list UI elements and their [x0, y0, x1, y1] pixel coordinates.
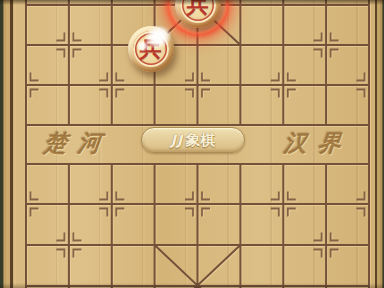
shine-glare-small-icon — [136, 40, 149, 52]
game-screen: 楚河 汉界 JJ 象棋 兵 兵 — [0, 0, 384, 288]
river-label-han: 汉界 — [282, 128, 353, 158]
piece-red-soldier-shine[interactable]: 兵 — [128, 26, 174, 72]
screen-top-shadow — [0, 0, 384, 5]
jj-logo-text: 象棋 — [185, 131, 215, 150]
river-label-chu: 楚河 — [42, 128, 113, 158]
jj-logo-icon: JJ — [171, 132, 183, 148]
jj-logo-pill: JJ 象棋 — [141, 127, 245, 153]
screen-bottom-shadow — [0, 283, 384, 288]
